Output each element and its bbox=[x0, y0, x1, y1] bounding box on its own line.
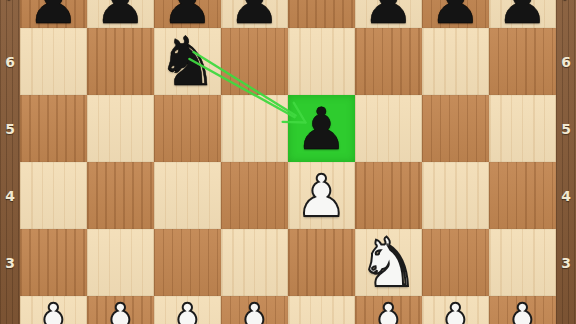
left-coordinate-rail: 765432 bbox=[0, 0, 20, 324]
square-h7[interactable]: ♟ bbox=[489, 0, 556, 28]
white-knight-f3[interactable]: ♞ bbox=[358, 229, 419, 297]
left-rank-label-5: 5 bbox=[0, 122, 20, 136]
square-e4[interactable]: ♟ bbox=[288, 162, 355, 229]
square-f2[interactable]: ♟ bbox=[355, 296, 422, 324]
square-b4[interactable] bbox=[87, 162, 154, 229]
square-h3[interactable] bbox=[489, 229, 556, 296]
square-e2[interactable] bbox=[288, 296, 355, 324]
square-c5[interactable] bbox=[154, 95, 221, 162]
square-h4[interactable] bbox=[489, 162, 556, 229]
square-g4[interactable] bbox=[422, 162, 489, 229]
right-rank-label-4: 4 bbox=[556, 189, 576, 203]
square-f7[interactable]: ♟ bbox=[355, 0, 422, 28]
square-a6[interactable] bbox=[20, 28, 87, 95]
square-g2[interactable]: ♟ bbox=[422, 296, 489, 324]
square-d5[interactable] bbox=[221, 95, 288, 162]
square-d3[interactable] bbox=[221, 229, 288, 296]
square-e7[interactable] bbox=[288, 0, 355, 28]
square-b2[interactable]: ♟ bbox=[87, 296, 154, 324]
black-pawn-a7[interactable]: ♟ bbox=[28, 0, 80, 32]
black-pawn-b7[interactable]: ♟ bbox=[95, 0, 147, 32]
square-g7[interactable]: ♟ bbox=[422, 0, 489, 28]
square-g3[interactable] bbox=[422, 229, 489, 296]
left-rank-label-3: 3 bbox=[0, 256, 20, 270]
square-e6[interactable] bbox=[288, 28, 355, 95]
square-a3[interactable] bbox=[20, 229, 87, 296]
right-coordinate-rail: 765432 bbox=[556, 0, 576, 324]
square-a7[interactable]: ♟ bbox=[20, 0, 87, 28]
square-f4[interactable] bbox=[355, 162, 422, 229]
square-c2[interactable]: ♟ bbox=[154, 296, 221, 324]
white-pawn-a2[interactable]: ♟ bbox=[28, 296, 80, 324]
square-b3[interactable] bbox=[87, 229, 154, 296]
white-pawn-b2[interactable]: ♟ bbox=[95, 296, 147, 324]
left-rank-label-4: 4 bbox=[0, 189, 20, 203]
square-b7[interactable]: ♟ bbox=[87, 0, 154, 28]
right-rank-label-3: 3 bbox=[556, 256, 576, 270]
chess-board: ♟♟♟♟♟♟♟♞♟♟♞♟♟♟♟♟♟♟ bbox=[20, 0, 556, 324]
square-f6[interactable] bbox=[355, 28, 422, 95]
square-c3[interactable] bbox=[154, 229, 221, 296]
white-pawn-e4[interactable]: ♟ bbox=[296, 167, 348, 225]
right-rank-label-7: 7 bbox=[556, 0, 576, 2]
square-a5[interactable] bbox=[20, 95, 87, 162]
square-d2[interactable]: ♟ bbox=[221, 296, 288, 324]
black-pawn-f7[interactable]: ♟ bbox=[363, 0, 415, 32]
white-pawn-c2[interactable]: ♟ bbox=[162, 296, 214, 324]
square-f3[interactable]: ♞ bbox=[355, 229, 422, 296]
chess-app-viewport: ♟♟♟♟♟♟♟♞♟♟♞♟♟♟♟♟♟♟ 765432 765432 bbox=[0, 0, 576, 324]
square-b6[interactable] bbox=[87, 28, 154, 95]
white-pawn-f2[interactable]: ♟ bbox=[363, 296, 415, 324]
square-f5[interactable] bbox=[355, 95, 422, 162]
square-d4[interactable] bbox=[221, 162, 288, 229]
black-pawn-e5[interactable]: ♟ bbox=[296, 100, 348, 158]
square-d7[interactable]: ♟ bbox=[221, 0, 288, 28]
white-pawn-h2[interactable]: ♟ bbox=[497, 296, 549, 324]
black-pawn-h7[interactable]: ♟ bbox=[497, 0, 549, 32]
square-c6[interactable]: ♞ bbox=[154, 28, 221, 95]
left-rank-label-7: 7 bbox=[0, 0, 20, 2]
white-pawn-d2[interactable]: ♟ bbox=[229, 296, 281, 324]
square-h6[interactable] bbox=[489, 28, 556, 95]
right-rank-label-5: 5 bbox=[556, 122, 576, 136]
square-e3[interactable] bbox=[288, 229, 355, 296]
square-c4[interactable] bbox=[154, 162, 221, 229]
square-a2[interactable]: ♟ bbox=[20, 296, 87, 324]
black-pawn-g7[interactable]: ♟ bbox=[430, 0, 482, 32]
square-e5[interactable]: ♟ bbox=[288, 95, 355, 162]
black-pawn-d7[interactable]: ♟ bbox=[229, 0, 281, 32]
square-g5[interactable] bbox=[422, 95, 489, 162]
square-d6[interactable] bbox=[221, 28, 288, 95]
square-g6[interactable] bbox=[422, 28, 489, 95]
square-h2[interactable]: ♟ bbox=[489, 296, 556, 324]
left-rank-label-6: 6 bbox=[0, 55, 20, 69]
square-b5[interactable] bbox=[87, 95, 154, 162]
black-knight-c6[interactable]: ♞ bbox=[157, 28, 218, 96]
white-pawn-g2[interactable]: ♟ bbox=[430, 296, 482, 324]
square-h5[interactable] bbox=[489, 95, 556, 162]
square-a4[interactable] bbox=[20, 162, 87, 229]
right-rank-label-6: 6 bbox=[556, 55, 576, 69]
